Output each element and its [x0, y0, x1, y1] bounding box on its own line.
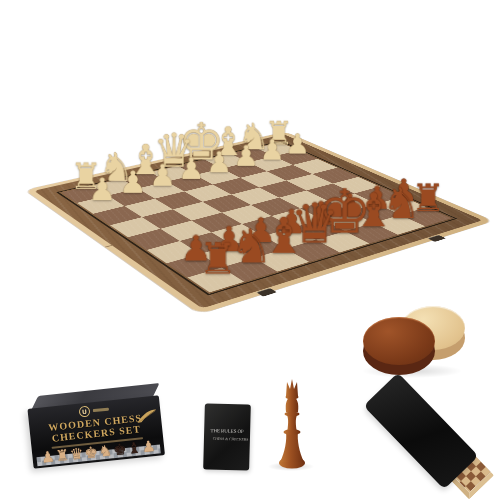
chess-piece-white-pawn: ♟: [178, 154, 204, 184]
chess-piece-white-pawn: ♟: [119, 167, 146, 198]
box-art-piece-icon: ♟: [41, 450, 56, 466]
product-photo: ♜♞♝♛♚♝♞♜♟♟♟♟♟♟♟♟♟♟♟♟♟♟♟♟♜♞♝♛♚♝♞♜ U WOODE…: [0, 0, 500, 500]
chess-board: ♜♞♝♛♚♝♞♜♟♟♟♟♟♟♟♟♟♟♟♟♟♟♟♟♜♞♝♛♚♝♞♜: [25, 132, 494, 314]
chess-piece-white-pawn: ♟: [149, 161, 176, 191]
disc-top: [363, 317, 435, 365]
box-art-piece-icon: ♚: [112, 442, 127, 458]
box-art-piece-icon: ♚: [84, 445, 99, 461]
chess-piece-white-pawn: ♟: [233, 142, 259, 171]
rules-booklet: THE RULES OF CHESS & CHECKERS: [203, 403, 251, 470]
box-art-piece-icon: ♛: [69, 446, 84, 462]
chess-piece-white-pawn: ♟: [285, 130, 310, 158]
box-art-piece-icon: ♟: [141, 439, 156, 455]
booklet-title-line2: CHESS & CHECKERS: [213, 437, 242, 441]
product-box: U WOODEN CHESS CHECKERS SET ♟♜♛♚♞♚♝♟: [26, 383, 166, 476]
brand-name-text: [93, 408, 109, 413]
chess-piece-white-pawn: ♟: [259, 136, 284, 164]
chess-piece-white-pawn: ♟: [88, 174, 116, 205]
chess-piece-black-rook: ♜: [198, 238, 237, 281]
box-art-piece-icon: ♞: [98, 443, 113, 459]
box-art-piece-icon: ♜: [55, 448, 70, 464]
quill-icon: [135, 408, 158, 423]
booklet-title-line1: THE RULES OF: [209, 428, 246, 434]
box-front-face: U WOODEN CHESS CHECKERS SET ♟♜♛♚♞♚♝♟: [27, 395, 165, 468]
spare-king-piece: [272, 374, 312, 470]
checker-piece-dark: [363, 317, 435, 375]
box-art-piece-icon: ♝: [127, 440, 142, 456]
chess-piece-white-pawn: ♟: [206, 148, 232, 177]
brand-logo-icon: U: [78, 406, 90, 418]
board-pieces: ♜♞♝♛♚♝♞♜♟♟♟♟♟♟♟♟♟♟♟♟♟♟♟♟♜♞♝♛♚♝♞♜: [62, 142, 452, 292]
